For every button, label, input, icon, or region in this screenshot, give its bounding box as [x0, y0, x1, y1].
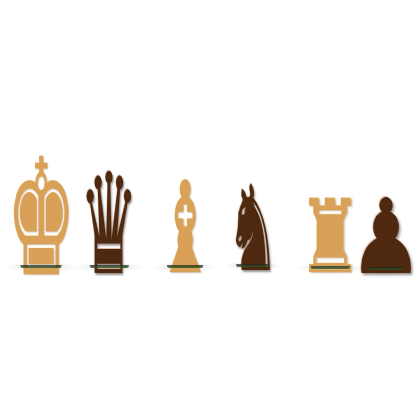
dark-knight-icon: ♞: [226, 170, 279, 289]
chess-pieces-photo: ♚ ♛ ♝ ♞ ♜ ♟: [0, 0, 416, 416]
dark-pawn-icon: ♟: [349, 185, 416, 289]
piece-dark-pawn: ♟: [339, 185, 416, 268]
